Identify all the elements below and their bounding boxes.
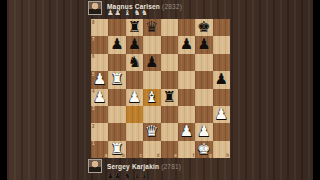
square-g8[interactable]: ♚	[195, 19, 212, 36]
square-e1[interactable]: e	[161, 141, 178, 158]
piece-black-rook: ♜	[126, 19, 143, 36]
square-e5[interactable]	[161, 71, 178, 88]
square-a1[interactable]: 1a	[91, 141, 108, 158]
square-d6[interactable]: ♟	[143, 54, 160, 71]
square-h8[interactable]	[213, 19, 230, 36]
piece-black-pawn: ♟	[213, 71, 230, 88]
file-label-b: b	[122, 153, 125, 158]
square-f4[interactable]	[178, 89, 195, 106]
piece-black-pawn: ♟	[143, 54, 160, 71]
piece-white-pawn: ♟	[178, 123, 195, 140]
rank-label-5: 5	[92, 72, 95, 77]
captured-pawn-icon: ♟	[114, 8, 121, 17]
square-e3[interactable]	[161, 106, 178, 123]
file-label-a: a	[105, 153, 108, 158]
square-f7[interactable]: ♟	[178, 36, 195, 53]
piece-black-rook: ♜	[161, 89, 178, 106]
square-b4[interactable]	[108, 89, 125, 106]
square-e2[interactable]	[161, 123, 178, 140]
square-b6[interactable]	[108, 54, 125, 71]
piece-black-pawn: ♟	[195, 36, 212, 53]
captured-knight-icon: ♞	[134, 8, 141, 17]
rank-label-6: 6	[92, 54, 95, 59]
square-a3[interactable]: 3	[91, 106, 108, 123]
piece-white-rook: ♜	[108, 71, 125, 88]
square-f6[interactable]	[178, 54, 195, 71]
square-d7[interactable]	[143, 36, 160, 53]
piece-black-pawn: ♟	[108, 36, 125, 53]
top-player-rating: (2832)	[162, 3, 182, 10]
piece-white-queen: ♛	[143, 123, 160, 140]
square-c3[interactable]	[126, 106, 143, 123]
square-b8[interactable]	[108, 19, 125, 36]
square-c6[interactable]: ♞	[126, 54, 143, 71]
square-c8[interactable]: ♜	[126, 19, 143, 36]
square-g2[interactable]: ♟	[195, 123, 212, 140]
square-h7[interactable]	[213, 36, 230, 53]
square-g3[interactable]	[195, 106, 212, 123]
square-b2[interactable]	[108, 123, 125, 140]
captured-knight-icon: ♞	[141, 8, 148, 17]
captured-bishop-icon: ♝	[134, 171, 141, 180]
square-c5[interactable]	[126, 71, 143, 88]
piece-white-pawn: ♟	[195, 123, 212, 140]
square-c4[interactable]: ♟	[126, 89, 143, 106]
piece-white-pawn: ♟	[213, 106, 230, 123]
bottom-player-name-row: Sergey Karjakin(2781)	[107, 163, 181, 170]
rank-label-8: 8	[92, 20, 95, 25]
square-g5[interactable]	[195, 71, 212, 88]
square-a2[interactable]: 2	[91, 123, 108, 140]
square-h3[interactable]: ♟	[213, 106, 230, 123]
square-f8[interactable]	[178, 19, 195, 36]
left-letterbox-bar	[0, 0, 7, 180]
chess-board: 8♜♛♚7♟♟♟♟6♞♟5♟♜♟4♟♟♝♜3♟2♛♟♟1ab♜cdefg♚h	[91, 19, 230, 158]
captured-bishop-icon: ♝	[124, 8, 131, 17]
square-b7[interactable]: ♟	[108, 36, 125, 53]
square-c1[interactable]: c	[126, 141, 143, 158]
bottom-player-name: Sergey Karjakin	[107, 163, 159, 170]
piece-black-knight: ♞	[126, 54, 143, 71]
piece-black-king: ♚	[195, 19, 212, 36]
piece-white-pawn: ♟	[126, 89, 143, 106]
video-frame: Magnus Carlsen(2832) ♟♟♝♞♞ 8♜♛♚7♟♟♟♟6♞♟5…	[0, 0, 320, 180]
square-d3[interactable]	[143, 106, 160, 123]
square-e7[interactable]	[161, 36, 178, 53]
bottom-player-avatar	[88, 159, 102, 173]
square-e8[interactable]	[161, 19, 178, 36]
captured-pawn-icon: ♟	[114, 171, 121, 180]
file-label-g: g	[209, 153, 212, 158]
rank-label-3: 3	[92, 106, 95, 111]
square-d2[interactable]: ♛	[143, 123, 160, 140]
captured-knight-icon: ♞	[124, 171, 131, 180]
rank-label-1: 1	[92, 141, 95, 146]
square-h5[interactable]: ♟	[213, 71, 230, 88]
file-label-f: f	[193, 153, 195, 158]
square-f5[interactable]	[178, 71, 195, 88]
piece-white-bishop: ♝	[143, 89, 160, 106]
square-c7[interactable]: ♟	[126, 36, 143, 53]
rank-label-4: 4	[92, 89, 95, 94]
square-d8[interactable]: ♛	[143, 19, 160, 36]
square-a6[interactable]: 6	[91, 54, 108, 71]
square-a8[interactable]: 8	[91, 19, 108, 36]
file-label-d: d	[157, 153, 160, 158]
square-b3[interactable]	[108, 106, 125, 123]
square-h1[interactable]: h	[213, 141, 230, 158]
captured-bishop-icon: ♝	[141, 171, 148, 180]
square-d4[interactable]: ♝	[143, 89, 160, 106]
piece-black-pawn: ♟	[126, 36, 143, 53]
square-f3[interactable]	[178, 106, 195, 123]
square-g1[interactable]: g♚	[195, 141, 212, 158]
square-f2[interactable]: ♟	[178, 123, 195, 140]
square-a7[interactable]: 7	[91, 36, 108, 53]
square-a4[interactable]: 4♟	[91, 89, 108, 106]
square-a5[interactable]: 5♟	[91, 71, 108, 88]
square-b5[interactable]: ♜	[108, 71, 125, 88]
piece-black-queen: ♛	[143, 19, 160, 36]
square-g4[interactable]	[195, 89, 212, 106]
bottom-captured-pieces-tray: ♟♟♞♝♝	[107, 172, 148, 180]
right-letterbox-bar	[313, 0, 320, 180]
top-player-avatar	[88, 1, 102, 15]
piece-black-pawn: ♟	[178, 36, 195, 53]
square-h6[interactable]	[213, 54, 230, 71]
square-c2[interactable]	[126, 123, 143, 140]
file-label-c: c	[140, 153, 143, 158]
square-e4[interactable]: ♜	[161, 89, 178, 106]
bottom-player-rating: (2781)	[161, 163, 181, 170]
square-h2[interactable]	[213, 123, 230, 140]
square-d1[interactable]: d	[143, 141, 160, 158]
rank-label-7: 7	[92, 37, 95, 42]
square-e6[interactable]	[161, 54, 178, 71]
rank-label-2: 2	[92, 124, 95, 129]
file-label-e: e	[174, 153, 177, 158]
square-b1[interactable]: b♜	[108, 141, 125, 158]
square-g7[interactable]: ♟	[195, 36, 212, 53]
file-label-h: h	[226, 153, 229, 158]
square-f1[interactable]: f	[178, 141, 195, 158]
square-g6[interactable]	[195, 54, 212, 71]
square-h4[interactable]	[213, 89, 230, 106]
top-captured-pieces-tray: ♟♟♝♞♞	[107, 9, 148, 17]
square-d5[interactable]	[143, 71, 160, 88]
